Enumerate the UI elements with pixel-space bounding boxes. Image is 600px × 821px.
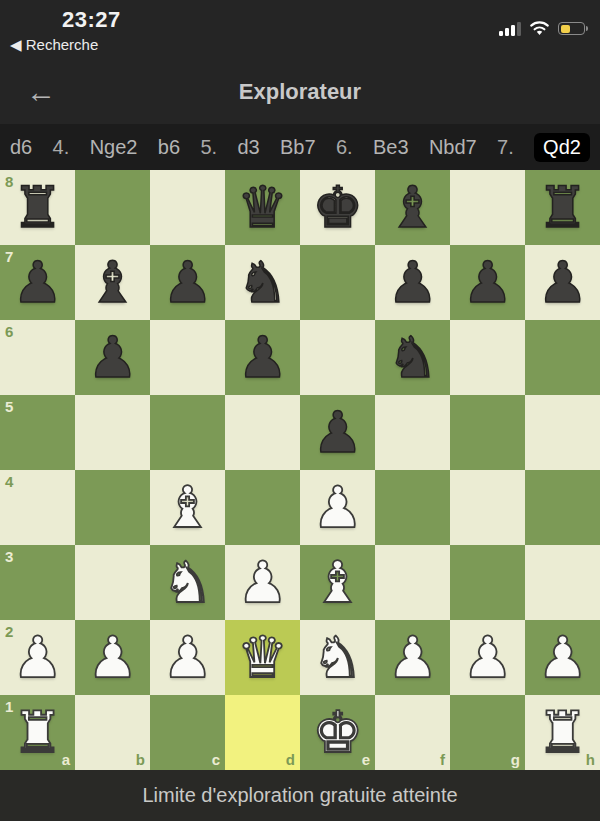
square-g2[interactable]: ♟ <box>450 620 525 695</box>
square-b7[interactable]: ♝ <box>75 245 150 320</box>
square-c7[interactable]: ♟ <box>150 245 225 320</box>
piece-black-queen: ♛ <box>225 170 300 245</box>
square-a4[interactable]: 4 <box>0 470 75 545</box>
piece-black-knight: ♞ <box>375 320 450 395</box>
square-b1[interactable]: b <box>75 695 150 770</box>
square-f3[interactable] <box>375 545 450 620</box>
square-h2[interactable]: ♟ <box>525 620 600 695</box>
square-g3[interactable] <box>450 545 525 620</box>
square-d2[interactable]: ♛ <box>225 620 300 695</box>
square-g4[interactable] <box>450 470 525 545</box>
square-e7[interactable] <box>300 245 375 320</box>
piece-black-pawn: ♟ <box>0 245 75 320</box>
piece-white-pawn: ♟ <box>225 545 300 620</box>
move-token[interactable]: d6 <box>10 136 32 159</box>
square-f8[interactable]: ♝ <box>375 170 450 245</box>
file-label: d <box>286 751 295 768</box>
square-a6[interactable]: 6 <box>0 320 75 395</box>
square-b6[interactable]: ♟ <box>75 320 150 395</box>
clock-time: 23:27 <box>62 7 121 33</box>
square-g1[interactable]: g <box>450 695 525 770</box>
piece-black-pawn: ♟ <box>300 395 375 470</box>
piece-black-rook: ♜ <box>0 170 75 245</box>
move-token[interactable]: Be3 <box>373 136 409 159</box>
piece-black-pawn: ♟ <box>150 245 225 320</box>
piece-black-rook: ♜ <box>525 170 600 245</box>
square-c2[interactable]: ♟ <box>150 620 225 695</box>
file-label: f <box>440 751 445 768</box>
square-f2[interactable]: ♟ <box>375 620 450 695</box>
piece-white-bishop: ♝ <box>300 545 375 620</box>
square-d3[interactable]: ♟ <box>225 545 300 620</box>
square-h4[interactable] <box>525 470 600 545</box>
rank-label: 6 <box>5 323 13 340</box>
file-label: b <box>136 751 145 768</box>
piece-black-king: ♚ <box>300 170 375 245</box>
square-e8[interactable]: ♚ <box>300 170 375 245</box>
move-number: 6. <box>336 136 353 159</box>
square-d4[interactable] <box>225 470 300 545</box>
square-d7[interactable]: ♞ <box>225 245 300 320</box>
piece-white-pawn: ♟ <box>375 620 450 695</box>
battery-fill <box>561 25 571 33</box>
piece-white-bishop: ♝ <box>150 470 225 545</box>
move-number: 5. <box>200 136 217 159</box>
square-c3[interactable]: ♞ <box>150 545 225 620</box>
square-h5[interactable] <box>525 395 600 470</box>
square-f5[interactable] <box>375 395 450 470</box>
move-token[interactable]: Nbd7 <box>429 136 477 159</box>
piece-white-knight: ♞ <box>300 620 375 695</box>
square-d8[interactable]: ♛ <box>225 170 300 245</box>
app-header: ← Explorateur <box>0 60 600 124</box>
square-a7[interactable]: 7♟ <box>0 245 75 320</box>
square-h1[interactable]: h♜ <box>525 695 600 770</box>
wifi-icon <box>529 21 550 36</box>
square-c8[interactable] <box>150 170 225 245</box>
square-c4[interactable]: ♝ <box>150 470 225 545</box>
square-g7[interactable]: ♟ <box>450 245 525 320</box>
square-b4[interactable] <box>75 470 150 545</box>
square-a5[interactable]: 5 <box>0 395 75 470</box>
piece-white-rook: ♜ <box>0 695 75 770</box>
piece-white-pawn: ♟ <box>300 470 375 545</box>
square-f6[interactable]: ♞ <box>375 320 450 395</box>
move-token[interactable]: Bb7 <box>280 136 316 159</box>
footer-banner: Limite d'exploration gratuite atteinte <box>0 770 600 821</box>
move-token[interactable]: d3 <box>237 136 259 159</box>
square-f7[interactable]: ♟ <box>375 245 450 320</box>
square-e4[interactable]: ♟ <box>300 470 375 545</box>
page-title: Explorateur <box>239 79 361 105</box>
piece-black-pawn: ♟ <box>450 245 525 320</box>
square-h3[interactable] <box>525 545 600 620</box>
piece-black-pawn: ♟ <box>225 320 300 395</box>
status-bar: 23:27 ◀ Recherche <box>0 0 600 60</box>
square-d1[interactable]: d <box>225 695 300 770</box>
square-b5[interactable] <box>75 395 150 470</box>
back-to-previous-app[interactable]: ◀ Recherche <box>10 36 98 54</box>
square-a1[interactable]: 1a♜ <box>0 695 75 770</box>
square-e2[interactable]: ♞ <box>300 620 375 695</box>
free-limit-message: Limite d'exploration gratuite atteinte <box>142 784 457 807</box>
square-h6[interactable] <box>525 320 600 395</box>
battery-icon <box>558 22 588 35</box>
file-label: c <box>212 751 220 768</box>
square-b3[interactable] <box>75 545 150 620</box>
square-f4[interactable] <box>375 470 450 545</box>
piece-black-bishop: ♝ <box>375 170 450 245</box>
piece-white-rook: ♜ <box>525 695 600 770</box>
square-b2[interactable]: ♟ <box>75 620 150 695</box>
square-e5[interactable]: ♟ <box>300 395 375 470</box>
square-c1[interactable]: c <box>150 695 225 770</box>
square-e3[interactable]: ♝ <box>300 545 375 620</box>
square-a3[interactable]: 3 <box>0 545 75 620</box>
back-arrow-icon[interactable]: ← <box>26 77 56 107</box>
move-number: 7. <box>497 136 514 159</box>
square-a8[interactable]: 8♜ <box>0 170 75 245</box>
square-d6[interactable]: ♟ <box>225 320 300 395</box>
rank-label: 4 <box>5 473 13 490</box>
square-g5[interactable] <box>450 395 525 470</box>
move-token[interactable]: Nge2 <box>90 136 138 159</box>
rank-label: 5 <box>5 398 13 415</box>
square-d5[interactable] <box>225 395 300 470</box>
square-h8[interactable]: ♜ <box>525 170 600 245</box>
square-a2[interactable]: 2♟ <box>0 620 75 695</box>
square-e6[interactable] <box>300 320 375 395</box>
piece-white-pawn: ♟ <box>525 620 600 695</box>
piece-white-pawn: ♟ <box>150 620 225 695</box>
file-label: g <box>511 751 520 768</box>
square-g6[interactable] <box>450 320 525 395</box>
move-token[interactable]: b6 <box>158 136 180 159</box>
square-c6[interactable] <box>150 320 225 395</box>
piece-black-knight: ♞ <box>225 245 300 320</box>
cellular-signal-icon <box>499 21 521 36</box>
piece-white-queen: ♛ <box>225 620 300 695</box>
piece-white-pawn: ♟ <box>0 620 75 695</box>
square-h7[interactable]: ♟ <box>525 245 600 320</box>
piece-white-pawn: ♟ <box>75 620 150 695</box>
move-list-bar: d64.Nge2b65.d3Bb76.Be3Nbd77.Qd2 <box>0 124 600 170</box>
piece-white-pawn: ♟ <box>450 620 525 695</box>
square-b8[interactable] <box>75 170 150 245</box>
square-f1[interactable]: f <box>375 695 450 770</box>
piece-white-knight: ♞ <box>150 545 225 620</box>
square-c5[interactable] <box>150 395 225 470</box>
square-e1[interactable]: e♚ <box>300 695 375 770</box>
chess-board: 8♜♛♚♝♜7♟♝♟♞♟♟♟6♟♟♞5♟4♝♟3♞♟♝2♟♟♟♛♞♟♟♟1a♜b… <box>0 170 600 770</box>
piece-black-pawn: ♟ <box>525 245 600 320</box>
top-region: 23:27 ◀ Recherche ← Explorateur <box>0 0 600 124</box>
rank-label: 3 <box>5 548 13 565</box>
move-number: 4. <box>53 136 70 159</box>
square-g8[interactable] <box>450 170 525 245</box>
piece-black-bishop: ♝ <box>75 245 150 320</box>
status-icons <box>499 21 588 36</box>
piece-black-pawn: ♟ <box>375 245 450 320</box>
current-move-chip[interactable]: Qd2 <box>534 133 590 162</box>
piece-white-king: ♚ <box>300 695 375 770</box>
piece-black-pawn: ♟ <box>75 320 150 395</box>
